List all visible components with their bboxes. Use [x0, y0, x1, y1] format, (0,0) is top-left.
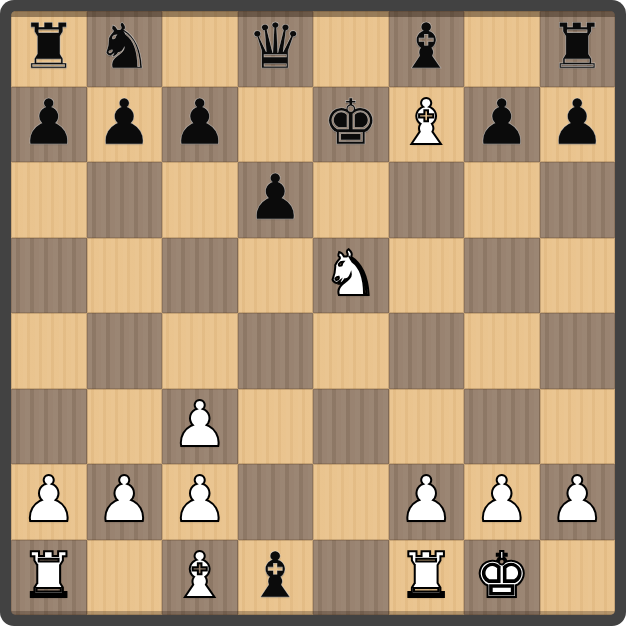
square-h2[interactable]: ♟ [540, 464, 616, 540]
square-h6[interactable] [540, 162, 616, 238]
square-a3[interactable] [11, 389, 87, 465]
square-h1[interactable] [540, 540, 616, 616]
board-frame: ♜♞♛♝♜♟♟♟♚♝♟♟♟♞♟♟♟♟♟♟♟♜♝♝♜♚ [0, 0, 626, 626]
white-pawn[interactable]: ♟ [172, 468, 228, 531]
square-c2[interactable]: ♟ [162, 464, 238, 540]
square-h7[interactable]: ♟ [540, 87, 616, 163]
black-bishop[interactable]: ♝ [398, 15, 454, 78]
white-knight[interactable]: ♞ [323, 242, 379, 305]
white-king[interactable]: ♚ [474, 544, 530, 607]
white-rook[interactable]: ♜ [398, 544, 454, 607]
square-a6[interactable] [11, 162, 87, 238]
square-h3[interactable] [540, 389, 616, 465]
square-d6[interactable]: ♟ [238, 162, 314, 238]
white-pawn[interactable]: ♟ [474, 468, 530, 531]
square-g6[interactable] [464, 162, 540, 238]
square-a5[interactable] [11, 238, 87, 314]
square-b6[interactable] [87, 162, 163, 238]
square-a4[interactable] [11, 313, 87, 389]
square-a8[interactable]: ♜ [11, 11, 87, 87]
black-pawn[interactable]: ♟ [21, 91, 77, 154]
black-pawn[interactable]: ♟ [247, 166, 303, 229]
square-b2[interactable]: ♟ [87, 464, 163, 540]
square-g4[interactable] [464, 313, 540, 389]
black-rook[interactable]: ♜ [21, 15, 77, 78]
square-e5[interactable]: ♞ [313, 238, 389, 314]
white-bishop[interactable]: ♝ [398, 91, 454, 154]
chess-board: ♜♞♛♝♜♟♟♟♚♝♟♟♟♞♟♟♟♟♟♟♟♜♝♝♜♚ [11, 11, 615, 615]
black-pawn[interactable]: ♟ [96, 91, 152, 154]
square-c6[interactable] [162, 162, 238, 238]
black-king[interactable]: ♚ [323, 91, 379, 154]
black-bishop[interactable]: ♝ [247, 544, 303, 607]
square-b3[interactable] [87, 389, 163, 465]
square-b5[interactable] [87, 238, 163, 314]
square-e1[interactable] [313, 540, 389, 616]
white-rook[interactable]: ♜ [21, 544, 77, 607]
square-b7[interactable]: ♟ [87, 87, 163, 163]
square-c8[interactable] [162, 11, 238, 87]
white-pawn[interactable]: ♟ [549, 468, 605, 531]
square-f6[interactable] [389, 162, 465, 238]
black-rook[interactable]: ♜ [549, 15, 605, 78]
black-pawn[interactable]: ♟ [474, 91, 530, 154]
square-g1[interactable]: ♚ [464, 540, 540, 616]
square-b1[interactable] [87, 540, 163, 616]
square-b4[interactable] [87, 313, 163, 389]
black-knight[interactable]: ♞ [96, 15, 152, 78]
square-d3[interactable] [238, 389, 314, 465]
square-g2[interactable]: ♟ [464, 464, 540, 540]
square-d4[interactable] [238, 313, 314, 389]
square-f8[interactable]: ♝ [389, 11, 465, 87]
square-g8[interactable] [464, 11, 540, 87]
square-c4[interactable] [162, 313, 238, 389]
square-e6[interactable] [313, 162, 389, 238]
white-pawn[interactable]: ♟ [398, 468, 454, 531]
black-pawn[interactable]: ♟ [172, 91, 228, 154]
square-h5[interactable] [540, 238, 616, 314]
square-f7[interactable]: ♝ [389, 87, 465, 163]
square-g5[interactable] [464, 238, 540, 314]
square-c7[interactable]: ♟ [162, 87, 238, 163]
square-e8[interactable] [313, 11, 389, 87]
square-c1[interactable]: ♝ [162, 540, 238, 616]
square-a7[interactable]: ♟ [11, 87, 87, 163]
white-pawn[interactable]: ♟ [96, 468, 152, 531]
square-d1[interactable]: ♝ [238, 540, 314, 616]
black-pawn[interactable]: ♟ [549, 91, 605, 154]
square-h8[interactable]: ♜ [540, 11, 616, 87]
square-f4[interactable] [389, 313, 465, 389]
square-d8[interactable]: ♛ [238, 11, 314, 87]
white-pawn[interactable]: ♟ [21, 468, 77, 531]
square-e2[interactable] [313, 464, 389, 540]
square-b8[interactable]: ♞ [87, 11, 163, 87]
square-d2[interactable] [238, 464, 314, 540]
square-f1[interactable]: ♜ [389, 540, 465, 616]
white-pawn[interactable]: ♟ [172, 393, 228, 456]
white-bishop[interactable]: ♝ [172, 544, 228, 607]
square-g7[interactable]: ♟ [464, 87, 540, 163]
square-c5[interactable] [162, 238, 238, 314]
black-queen[interactable]: ♛ [247, 15, 303, 78]
square-f5[interactable] [389, 238, 465, 314]
square-e4[interactable] [313, 313, 389, 389]
square-d7[interactable] [238, 87, 314, 163]
square-c3[interactable]: ♟ [162, 389, 238, 465]
square-d5[interactable] [238, 238, 314, 314]
square-g3[interactable] [464, 389, 540, 465]
square-f2[interactable]: ♟ [389, 464, 465, 540]
square-f3[interactable] [389, 389, 465, 465]
square-a2[interactable]: ♟ [11, 464, 87, 540]
square-h4[interactable] [540, 313, 616, 389]
square-a1[interactable]: ♜ [11, 540, 87, 616]
square-e7[interactable]: ♚ [313, 87, 389, 163]
square-e3[interactable] [313, 389, 389, 465]
